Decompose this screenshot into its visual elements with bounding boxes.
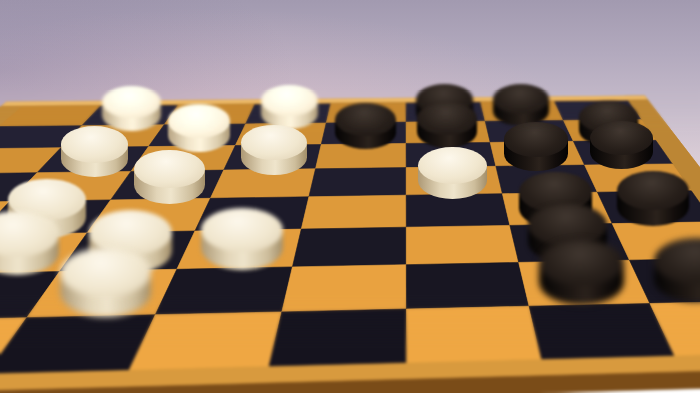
checker-piece-black [417,102,477,148]
piece-top [60,248,151,297]
checker-piece-black [617,171,689,226]
piece-top [504,122,568,156]
checker-piece-white [261,85,319,129]
checker-piece-white [61,126,128,177]
checker-piece-black [493,84,549,127]
checker-piece-black [504,122,568,170]
checker-piece-black [590,121,653,169]
piece-top [168,104,230,138]
piece-top [61,126,128,162]
piece-top [417,102,477,135]
piece-top [241,125,307,160]
piece-top [493,84,549,114]
piece-top [617,171,689,210]
piece-top [418,147,487,184]
checker-piece-white [241,125,307,175]
pieces-layer [0,0,700,393]
checker-piece-black [654,238,700,302]
piece-top [201,208,283,252]
checker-piece-black [335,103,396,149]
checker-piece-white [168,104,230,151]
checkers-photo-scene [0,0,700,393]
checker-piece-white [60,248,151,317]
checker-piece-white [418,147,487,199]
checker-piece-white [102,86,161,131]
checker-piece-white [0,211,59,275]
piece-top [134,150,205,188]
checker-piece-white [134,150,205,204]
piece-top [102,86,161,118]
checker-piece-white [201,208,283,270]
checker-piece-black [539,240,625,305]
piece-top [335,103,396,136]
